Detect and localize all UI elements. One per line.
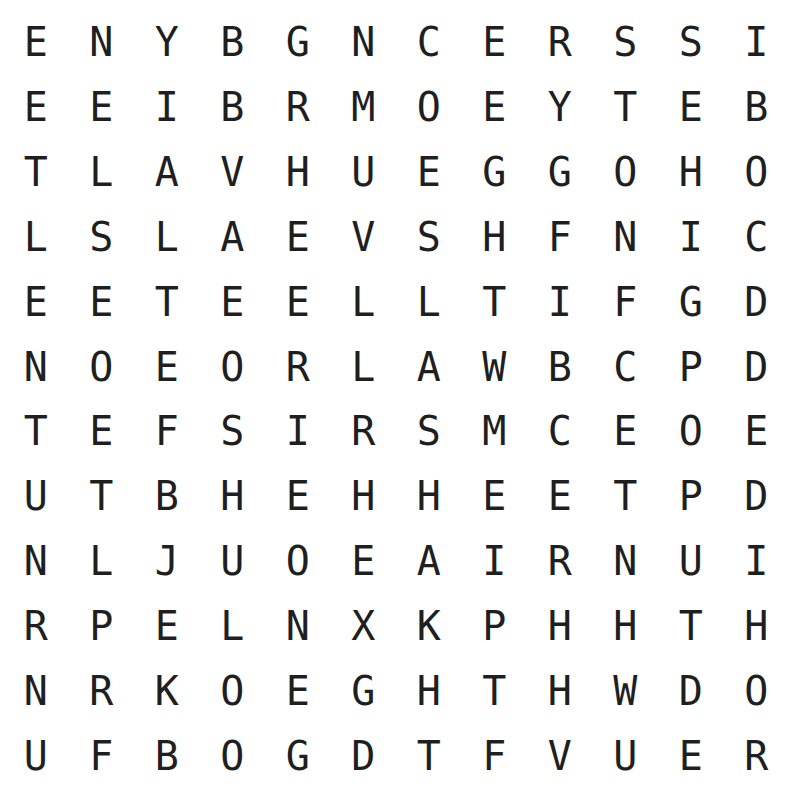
grid-cell[interactable]: T — [3, 399, 69, 464]
grid-cell[interactable]: M — [331, 75, 397, 140]
grid-cell[interactable]: O — [69, 334, 135, 399]
grid-cell[interactable]: O — [200, 723, 266, 788]
grid-cell[interactable]: E — [462, 464, 528, 529]
grid-cell[interactable]: K — [396, 594, 462, 659]
grid-cell[interactable]: L — [134, 205, 200, 270]
grid-cell[interactable]: D — [658, 658, 724, 723]
grid-cell[interactable]: E — [593, 399, 659, 464]
grid-cell[interactable]: N — [3, 529, 69, 594]
grid-cell[interactable]: A — [200, 205, 266, 270]
grid-cell[interactable]: E — [396, 140, 462, 205]
grid-cell[interactable]: J — [134, 529, 200, 594]
grid-cell[interactable]: H — [658, 140, 724, 205]
grid-cell[interactable]: E — [265, 205, 331, 270]
grid-cell[interactable]: S — [69, 205, 135, 270]
grid-cell[interactable]: R — [69, 658, 135, 723]
grid-cell[interactable]: D — [331, 723, 397, 788]
grid-cell[interactable]: T — [593, 75, 659, 140]
grid-cell[interactable]: P — [658, 464, 724, 529]
grid-cell[interactable]: G — [658, 269, 724, 334]
grid-cell[interactable]: G — [265, 723, 331, 788]
grid-cell[interactable]: U — [200, 529, 266, 594]
grid-cell[interactable]: E — [331, 529, 397, 594]
grid-cell[interactable]: A — [134, 140, 200, 205]
grid-cell[interactable]: O — [200, 658, 266, 723]
grid-cell[interactable]: D — [724, 334, 790, 399]
grid-cell[interactable]: R — [331, 399, 397, 464]
grid-cell[interactable]: H — [724, 594, 790, 659]
grid-cell[interactable]: Y — [527, 75, 593, 140]
grid-cell[interactable]: R — [527, 529, 593, 594]
grid-cell[interactable]: E — [265, 269, 331, 334]
grid-cell[interactable]: G — [265, 10, 331, 75]
grid-cell[interactable]: B — [527, 334, 593, 399]
grid-cell[interactable]: T — [69, 464, 135, 529]
grid-cell[interactable]: F — [69, 723, 135, 788]
grid-cell[interactable]: U — [3, 464, 69, 529]
grid-cell[interactable]: N — [265, 594, 331, 659]
grid-cell[interactable]: F — [462, 723, 528, 788]
grid-cell[interactable]: O — [396, 75, 462, 140]
grid-cell[interactable]: O — [724, 140, 790, 205]
grid-cell[interactable]: E — [134, 334, 200, 399]
grid-cell[interactable]: N — [3, 658, 69, 723]
grid-cell[interactable]: T — [462, 658, 528, 723]
grid-cell[interactable]: S — [396, 205, 462, 270]
grid-cell[interactable]: W — [593, 658, 659, 723]
grid-cell[interactable]: X — [331, 594, 397, 659]
grid-cell[interactable]: C — [593, 334, 659, 399]
grid-cell[interactable]: T — [593, 464, 659, 529]
grid-cell[interactable]: K — [134, 658, 200, 723]
grid-cell[interactable]: C — [396, 10, 462, 75]
grid-cell[interactable]: D — [724, 464, 790, 529]
grid-cell[interactable]: R — [3, 594, 69, 659]
grid-cell[interactable]: B — [134, 464, 200, 529]
grid-cell[interactable]: E — [134, 594, 200, 659]
grid-cell[interactable]: G — [462, 140, 528, 205]
grid-cell[interactable]: E — [658, 723, 724, 788]
grid-cell[interactable]: U — [658, 529, 724, 594]
grid-cell[interactable]: S — [658, 10, 724, 75]
grid-cell[interactable]: O — [200, 334, 266, 399]
grid-cell[interactable]: N — [3, 334, 69, 399]
grid-cell[interactable]: E — [265, 658, 331, 723]
grid-cell[interactable]: E — [69, 399, 135, 464]
grid-cell[interactable]: P — [462, 594, 528, 659]
grid-cell[interactable]: V — [331, 205, 397, 270]
grid-cell[interactable]: O — [724, 658, 790, 723]
grid-cell[interactable]: E — [724, 399, 790, 464]
grid-cell[interactable]: E — [527, 464, 593, 529]
grid-cell[interactable]: N — [69, 10, 135, 75]
grid-cell[interactable]: B — [134, 723, 200, 788]
grid-cell[interactable]: E — [462, 10, 528, 75]
grid-cell[interactable]: R — [265, 334, 331, 399]
grid-cell[interactable]: T — [3, 140, 69, 205]
grid-cell[interactable]: S — [200, 399, 266, 464]
grid-cell[interactable]: L — [331, 334, 397, 399]
grid-cell[interactable]: D — [724, 269, 790, 334]
grid-cell[interactable]: M — [462, 399, 528, 464]
grid-cell[interactable]: R — [527, 10, 593, 75]
grid-cell[interactable]: G — [331, 658, 397, 723]
grid-cell[interactable]: T — [658, 594, 724, 659]
grid-cell[interactable]: T — [462, 269, 528, 334]
grid-cell[interactable]: E — [69, 75, 135, 140]
grid-cell[interactable]: R — [724, 723, 790, 788]
grid-cell[interactable]: U — [331, 140, 397, 205]
grid-cell[interactable]: E — [265, 464, 331, 529]
grid-cell[interactable]: B — [200, 10, 266, 75]
grid-cell[interactable]: E — [200, 269, 266, 334]
grid-cell[interactable]: G — [527, 140, 593, 205]
grid-cell[interactable]: C — [527, 399, 593, 464]
grid-cell[interactable]: T — [396, 723, 462, 788]
grid-cell[interactable]: E — [658, 75, 724, 140]
word-search-board: ENYBGNCERSSIEEIBRMOEYTEBTLAVHUEGGOHOLSLA… — [3, 10, 789, 788]
grid-cell[interactable]: U — [593, 723, 659, 788]
grid-cell[interactable]: E — [462, 75, 528, 140]
grid-cell[interactable]: H — [396, 658, 462, 723]
grid-cell[interactable]: E — [69, 269, 135, 334]
grid-cell[interactable]: Y — [134, 10, 200, 75]
grid-cell[interactable]: P — [69, 594, 135, 659]
grid-cell[interactable]: I — [134, 75, 200, 140]
grid-cell[interactable]: P — [658, 334, 724, 399]
grid-cell[interactable]: O — [593, 140, 659, 205]
grid-cell[interactable]: H — [396, 464, 462, 529]
grid-cell[interactable]: A — [396, 529, 462, 594]
grid-cell[interactable]: E — [3, 10, 69, 75]
grid-cell[interactable]: S — [396, 399, 462, 464]
grid-cell[interactable]: F — [134, 399, 200, 464]
grid-cell[interactable]: U — [3, 723, 69, 788]
grid-cell[interactable]: N — [593, 529, 659, 594]
grid-cell[interactable]: H — [593, 594, 659, 659]
grid-cell[interactable]: V — [200, 140, 266, 205]
grid-cell[interactable]: B — [724, 75, 790, 140]
grid-cell[interactable]: H — [462, 205, 528, 270]
grid-cell[interactable]: E — [3, 269, 69, 334]
grid-cell[interactable]: F — [527, 205, 593, 270]
grid-cell[interactable]: I — [724, 10, 790, 75]
grid-cell[interactable]: I — [462, 529, 528, 594]
grid-cell[interactable]: B — [200, 75, 266, 140]
grid-cell[interactable]: R — [265, 75, 331, 140]
grid-cell[interactable]: E — [3, 75, 69, 140]
grid-cell[interactable]: L — [69, 529, 135, 594]
grid-cell[interactable]: L — [331, 269, 397, 334]
grid-cell[interactable]: T — [134, 269, 200, 334]
grid-cell[interactable]: V — [527, 723, 593, 788]
grid-cell[interactable]: L — [3, 205, 69, 270]
grid-cell[interactable]: H — [331, 464, 397, 529]
grid-cell[interactable]: I — [658, 205, 724, 270]
grid-cell[interactable]: I — [527, 269, 593, 334]
grid-cell[interactable]: C — [724, 205, 790, 270]
grid-cell[interactable]: H — [527, 658, 593, 723]
grid-cell[interactable]: H — [265, 140, 331, 205]
grid-cell[interactable]: N — [331, 10, 397, 75]
grid-cell[interactable]: O — [658, 399, 724, 464]
grid-cell[interactable]: L — [200, 594, 266, 659]
grid-cell[interactable]: I — [724, 529, 790, 594]
grid-cell[interactable]: W — [462, 334, 528, 399]
grid-cell[interactable]: A — [396, 334, 462, 399]
grid-cell[interactable]: O — [265, 529, 331, 594]
grid-cell[interactable]: N — [593, 205, 659, 270]
grid-cell[interactable]: L — [69, 140, 135, 205]
grid-cell[interactable]: S — [593, 10, 659, 75]
grid-cell[interactable]: L — [396, 269, 462, 334]
grid-cell[interactable]: H — [527, 594, 593, 659]
grid-cell[interactable]: F — [593, 269, 659, 334]
grid-cell[interactable]: H — [200, 464, 266, 529]
grid-cell[interactable]: I — [265, 399, 331, 464]
